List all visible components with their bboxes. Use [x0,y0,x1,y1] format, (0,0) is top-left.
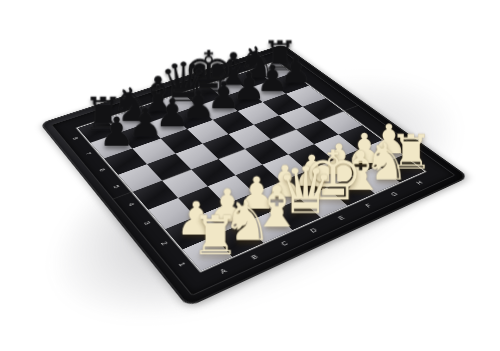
file-label-a: A [205,261,241,280]
piece-black-rook-h8: ♜ [249,35,310,76]
rank-label-7: 7 [73,148,104,160]
rank-label-1: 1 [164,256,199,273]
chess-set-photo: 12345678 ABCDEFGH ♜♞♝♛♚♝♞♜♟♟♟♟♟♟♟♟♟♟♟♟♟♟… [0,0,500,351]
rank-label-8: 8 [60,133,90,145]
file-label-g: G [379,186,409,201]
